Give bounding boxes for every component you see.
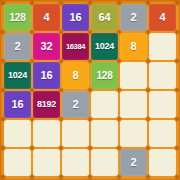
empty-cell-r6c4 [91,149,118,176]
tile-4: 4 [149,4,176,31]
tile-2: 2 [120,4,147,31]
tile-8: 8 [120,33,147,60]
tile-16: 16 [62,4,89,31]
tile-16: 16 [4,91,31,118]
tile-1024: 1024 [91,33,118,60]
empty-cell-r6c3 [62,149,89,176]
board-2048[interactable]: 1284166424232163841024810241681281681922… [0,0,180,180]
tile-2: 2 [4,33,31,60]
empty-cell-r6c2 [33,149,60,176]
tile-2: 2 [62,91,89,118]
empty-cell-r3c5 [120,62,147,89]
tile-16384: 16384 [62,33,89,60]
tile-4: 4 [33,4,60,31]
game-2048-screen: 1284166424232163841024810241681281681922… [0,0,180,180]
empty-cell-r6c1 [4,149,31,176]
empty-cell-r5c3 [62,120,89,147]
empty-cell-r5c5 [120,120,147,147]
empty-cell-r6c6 [149,149,176,176]
tile-16: 16 [33,62,60,89]
tile-128: 128 [4,4,31,31]
empty-cell-r4c4 [91,91,118,118]
tile-2: 2 [120,149,147,176]
empty-cell-r2c6 [149,33,176,60]
empty-cell-r3c6 [149,62,176,89]
tile-1024: 1024 [4,62,31,89]
tile-32: 32 [33,33,60,60]
tile-64: 64 [91,4,118,31]
tile-128: 128 [91,62,118,89]
empty-cell-r5c4 [91,120,118,147]
tile-8192: 8192 [33,91,60,118]
tile-8: 8 [62,62,89,89]
empty-cell-r5c6 [149,120,176,147]
empty-cell-r4c6 [149,91,176,118]
empty-cell-r5c1 [4,120,31,147]
empty-cell-r5c2 [33,120,60,147]
empty-cell-r4c5 [120,91,147,118]
